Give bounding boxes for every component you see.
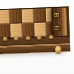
chess-board [0,8,53,38]
board-square [22,9,35,23]
board-square [34,8,47,22]
brass-stud-icon [2,36,7,41]
brass-stud-icon [25,36,30,41]
board-surface [0,7,70,39]
brass-hinge-icon [53,25,60,31]
board-square [34,22,47,36]
product-photo [0,0,74,74]
box-outer-edge [67,8,70,37]
brass-foot-icon [55,45,61,52]
board-square [10,9,23,23]
brass-stud-icon [14,36,19,41]
brass-stud-icon [37,35,42,40]
chess-box [0,7,70,55]
brass-hinge-icon [52,12,59,18]
brass-stud-icon [48,35,53,40]
board-square [0,10,10,25]
